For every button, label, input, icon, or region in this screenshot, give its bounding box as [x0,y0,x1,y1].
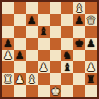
square-b7[interactable] [14,14,26,26]
square-e6[interactable] [50,26,62,38]
square-d8[interactable] [38,2,50,14]
square-f1[interactable] [61,85,73,97]
square-d5[interactable] [38,38,50,50]
piece-black-bishop[interactable]: ♝ [63,62,72,73]
square-g6[interactable] [73,26,85,38]
square-a1[interactable] [2,85,14,97]
square-e4[interactable] [50,50,62,62]
square-h2[interactable]: ♜ [85,73,97,85]
square-h8[interactable] [85,2,97,14]
chess-board-frame: ♝♟♟♛♝♟♚♟♟♟♞♟♝♟♜♟♝♜♚ [0,0,99,99]
piece-white-pawn[interactable]: ♟ [39,62,48,73]
piece-white-pawn[interactable]: ♟ [86,62,95,73]
square-e7[interactable] [50,14,62,26]
square-h5[interactable]: ♟ [85,38,97,50]
square-a6[interactable] [2,26,14,38]
square-e8[interactable] [50,2,62,14]
piece-black-knight[interactable]: ♞ [63,50,72,61]
square-a4[interactable]: ♟ [2,50,14,62]
square-h4[interactable] [85,50,97,62]
square-c2[interactable]: ♝ [26,73,38,85]
square-c6[interactable] [26,26,38,38]
piece-white-queen[interactable]: ♛ [86,14,95,25]
square-g3[interactable] [73,61,85,73]
square-e2[interactable] [50,73,62,85]
piece-black-rook[interactable]: ♜ [86,73,95,84]
square-c3[interactable] [26,61,38,73]
square-g1[interactable] [73,85,85,97]
square-d1[interactable] [38,85,50,97]
square-h3[interactable]: ♟ [85,61,97,73]
square-c4[interactable] [26,50,38,62]
square-f8[interactable] [61,2,73,14]
square-b4[interactable]: ♟ [14,50,26,62]
square-b8[interactable] [14,2,26,14]
square-e5[interactable] [50,38,62,50]
piece-black-pawn[interactable]: ♟ [86,38,95,49]
square-b1[interactable] [14,85,26,97]
piece-black-king[interactable]: ♚ [74,38,83,49]
square-g8[interactable]: ♝ [73,2,85,14]
square-b3[interactable] [14,61,26,73]
piece-white-rook[interactable]: ♜ [3,73,12,84]
square-d2[interactable] [38,73,50,85]
square-g2[interactable] [73,73,85,85]
square-f4[interactable]: ♞ [61,50,73,62]
piece-black-pawn[interactable]: ♟ [15,50,24,61]
square-a7[interactable] [2,14,14,26]
square-f2[interactable] [61,73,73,85]
piece-white-bishop[interactable]: ♝ [74,2,83,13]
square-g5[interactable]: ♚ [73,38,85,50]
square-b6[interactable] [14,26,26,38]
square-a8[interactable] [2,2,14,14]
square-c8[interactable] [26,2,38,14]
square-d6[interactable]: ♝ [38,26,50,38]
square-d7[interactable] [38,14,50,26]
square-f3[interactable]: ♝ [61,61,73,73]
square-a3[interactable] [2,61,14,73]
square-g4[interactable] [73,50,85,62]
square-a5[interactable]: ♟ [2,38,14,50]
square-d3[interactable]: ♟ [38,61,50,73]
piece-white-bishop[interactable]: ♝ [27,73,36,84]
square-c7[interactable]: ♟ [26,14,38,26]
piece-black-bishop[interactable]: ♝ [39,26,48,37]
square-h1[interactable] [85,85,97,97]
square-f7[interactable] [61,14,73,26]
square-e3[interactable] [50,61,62,73]
square-b2[interactable]: ♟ [14,73,26,85]
square-e1[interactable]: ♚ [50,85,62,97]
square-b5[interactable] [14,38,26,50]
square-a2[interactable]: ♜ [2,73,14,85]
square-f6[interactable] [61,26,73,38]
square-f5[interactable] [61,38,73,50]
square-c5[interactable] [26,38,38,50]
piece-black-pawn[interactable]: ♟ [74,14,83,25]
piece-white-king[interactable]: ♚ [51,85,60,96]
chess-board: ♝♟♟♛♝♟♚♟♟♟♞♟♝♟♜♟♝♜♚ [2,2,97,97]
piece-black-pawn[interactable]: ♟ [27,14,36,25]
square-g7[interactable]: ♟ [73,14,85,26]
square-h6[interactable] [85,26,97,38]
piece-white-pawn[interactable]: ♟ [15,73,24,84]
piece-black-pawn[interactable]: ♟ [3,38,12,49]
piece-white-pawn[interactable]: ♟ [3,50,12,61]
square-d4[interactable] [38,50,50,62]
square-h7[interactable]: ♛ [85,14,97,26]
square-c1[interactable] [26,85,38,97]
